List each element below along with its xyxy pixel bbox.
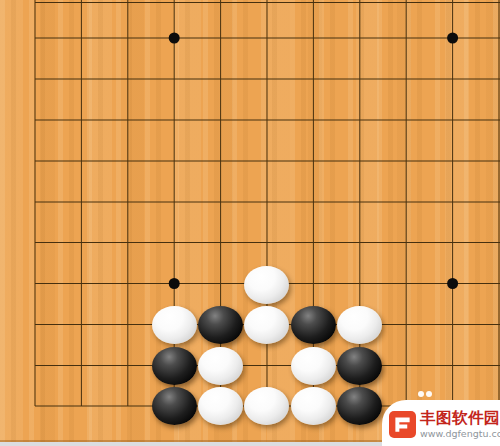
intersection-G1[interactable]: ○ — [290, 386, 336, 426]
intersection-G2[interactable]: ○ — [290, 345, 336, 385]
intersection-G3[interactable]: ● — [290, 305, 336, 345]
black-stone-H1[interactable]: ● — [337, 387, 382, 425]
white-stone-D3[interactable]: ○ — [152, 306, 197, 344]
black-stone-H2[interactable]: ● — [337, 347, 382, 385]
intersection-D3[interactable]: ○ — [151, 305, 197, 345]
watermark-title: 丰图软件园 — [420, 409, 500, 428]
intersection-F4[interactable]: ○ — [244, 265, 290, 305]
white-stone-H3[interactable]: ○ — [337, 306, 382, 344]
intersection-E2[interactable]: ○ — [197, 345, 243, 385]
intersection-E1[interactable]: ○ — [197, 386, 243, 426]
black-stone-G3[interactable]: ● — [291, 306, 336, 344]
black-stone-D1[interactable]: ● — [152, 387, 197, 425]
go-board-screenshot: ○○●○●○●○○●●○○○● 丰图软件园 www.dgfengtu.com — [0, 0, 500, 446]
intersection-D2[interactable]: ● — [151, 345, 197, 385]
watermark: 丰图软件园 www.dgfengtu.com — [382, 400, 500, 446]
white-stone-E1[interactable]: ○ — [198, 387, 243, 425]
white-stone-G2[interactable]: ○ — [291, 347, 336, 385]
intersection-H2[interactable]: ● — [337, 345, 383, 385]
decorative-dot — [418, 391, 424, 397]
intersection-F3[interactable]: ○ — [244, 305, 290, 345]
black-stone-E3[interactable]: ● — [198, 306, 243, 344]
intersection-H1[interactable]: ● — [337, 386, 383, 426]
decorative-dot — [426, 391, 432, 397]
white-stone-F3[interactable]: ○ — [244, 306, 289, 344]
logo-f-glyph — [393, 415, 412, 434]
white-stone-F1[interactable]: ○ — [244, 387, 289, 425]
watermark-url: www.dgfengtu.com — [420, 428, 500, 439]
fengtu-logo-icon — [389, 411, 416, 438]
intersection-E3[interactable]: ● — [197, 305, 243, 345]
intersection-D1[interactable]: ● — [151, 386, 197, 426]
black-stone-D2[interactable]: ● — [152, 347, 197, 385]
intersection-F1[interactable]: ○ — [244, 386, 290, 426]
go-board[interactable]: ○○●○●○●○○●●○○○● — [12, 0, 500, 426]
intersection-H3[interactable]: ○ — [337, 305, 383, 345]
white-stone-G1[interactable]: ○ — [291, 387, 336, 425]
white-stone-E2[interactable]: ○ — [198, 347, 243, 385]
watermark-text: 丰图软件园 www.dgfengtu.com — [420, 409, 500, 440]
white-stone-F4[interactable]: ○ — [244, 266, 289, 304]
